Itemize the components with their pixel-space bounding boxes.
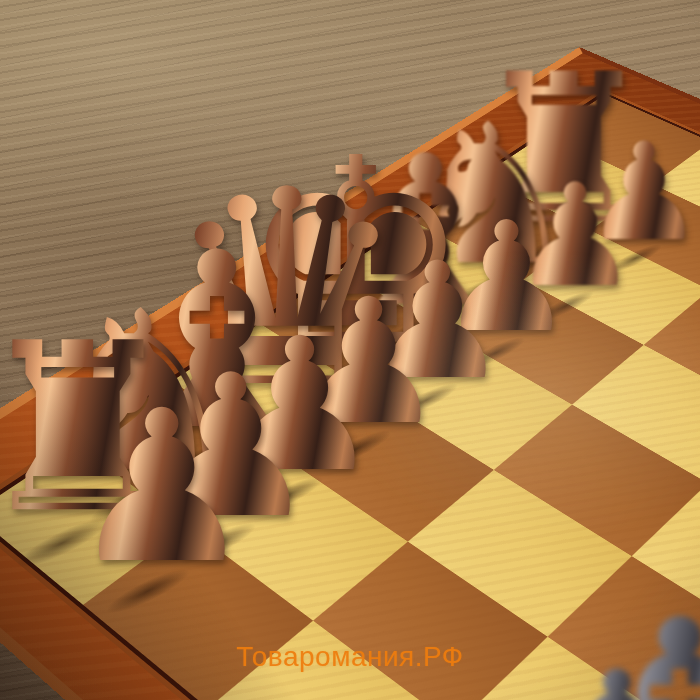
- chess-set-photo-scene: Товаромания.РФ ♜♞♝♛♚♝♞♜♟♟♟♟♟♟♟♟♟♝: [0, 0, 700, 700]
- pawn-glyph: ♟: [68, 383, 256, 593]
- piece-copper-pawn-a7[interactable]: ♟: [68, 383, 256, 593]
- piece-silver-bishop-s-2[interactable]: ♝: [559, 585, 700, 700]
- bishop-glyph: ♝: [559, 585, 700, 700]
